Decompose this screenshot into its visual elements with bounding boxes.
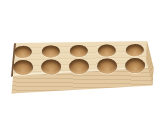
pit-r0-c2[interactable] xyxy=(65,44,93,58)
pit-r0-c0[interactable] xyxy=(9,45,37,59)
photo-canvas xyxy=(0,0,160,134)
pit-hole xyxy=(70,45,88,58)
pit-r1-c2[interactable] xyxy=(65,58,93,75)
pit-hole xyxy=(97,58,117,73)
pit-hole xyxy=(125,58,145,73)
pit-r1-c0[interactable] xyxy=(9,59,37,76)
pit-hole xyxy=(41,59,61,74)
pit-hole xyxy=(98,44,116,57)
pit-r1-c4[interactable] xyxy=(121,57,149,74)
pit-hole xyxy=(69,59,89,74)
pit-hole xyxy=(42,45,60,58)
pit-r0-c1[interactable] xyxy=(37,44,65,58)
pit-hole xyxy=(14,45,32,58)
pit-grid xyxy=(9,43,149,76)
pit-r1-c1[interactable] xyxy=(37,58,65,75)
pit-hole xyxy=(126,44,144,57)
pit-r1-c3[interactable] xyxy=(93,57,121,74)
pit-r0-c4[interactable] xyxy=(121,43,149,57)
pit-r0-c3[interactable] xyxy=(93,43,121,57)
pit-hole xyxy=(13,60,33,75)
